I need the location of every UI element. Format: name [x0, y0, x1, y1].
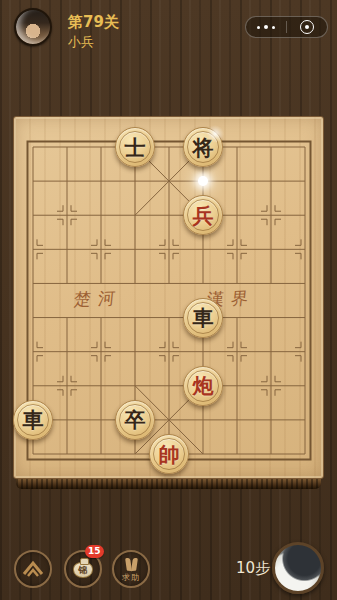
exit-button[interactable] — [287, 17, 327, 37]
piece-glyph: 炮 — [193, 375, 214, 396]
more-icon — [257, 26, 260, 29]
piece-glyph: 車 — [23, 409, 44, 430]
board-edge-shadow — [16, 479, 321, 489]
steps-counter: 10步 — [236, 559, 270, 578]
river-label-left: 楚河 — [73, 287, 124, 312]
piece-glyph: 士 — [125, 137, 146, 158]
level-title: 第79关 — [68, 13, 119, 32]
chevron-up-icon — [16, 552, 50, 586]
opponent-avatar — [272, 542, 324, 594]
level-boss-name: 小兵 — [68, 33, 94, 51]
piece-black-soldier[interactable]: 卒 — [115, 400, 155, 440]
piece-glyph: 車 — [193, 307, 214, 328]
hint-count-badge: 15 — [85, 545, 104, 558]
piece-red-cannon[interactable]: 炮 — [183, 366, 223, 406]
piece-glyph: 兵 — [193, 205, 214, 226]
piece-black-advisor[interactable]: 士 — [115, 127, 155, 167]
piece-black-chariot[interactable]: 車 — [13, 400, 53, 440]
ask-help-button[interactable]: 求助 — [112, 550, 150, 588]
collapse-button[interactable] — [14, 550, 52, 588]
piece-red-general[interactable]: 帥 — [149, 434, 189, 474]
player-avatar — [14, 8, 52, 46]
hint-bag-label: 锦 — [79, 564, 88, 577]
more-icon — [272, 26, 275, 29]
piece-black-chariot[interactable]: 車 — [183, 298, 223, 338]
target-circle-icon — [300, 20, 314, 34]
piece-black-general[interactable]: 将 — [183, 127, 223, 167]
piece-glyph: 帥 — [159, 444, 180, 465]
miniprogram-capsule — [245, 16, 328, 38]
piece-glyph: 卒 — [125, 409, 146, 430]
hint-bag-button[interactable]: 锦 15 — [64, 550, 102, 588]
more-button[interactable] — [246, 17, 286, 37]
more-icon — [264, 25, 268, 29]
xiangqi-board[interactable]: 楚河 漢界 士将兵車炮車卒帥 — [13, 116, 324, 479]
money-bag-icon: 锦 — [73, 562, 93, 578]
help-label: 求助 — [114, 572, 148, 583]
piece-glyph: 将 — [193, 137, 214, 158]
piece-red-soldier[interactable]: 兵 — [183, 195, 223, 235]
praying-hands-icon — [131, 558, 138, 571]
